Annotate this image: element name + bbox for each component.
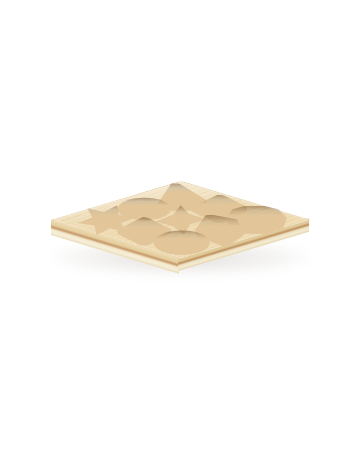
- slot-circle-2: [154, 230, 210, 255]
- product-photo-stage: [0, 0, 360, 450]
